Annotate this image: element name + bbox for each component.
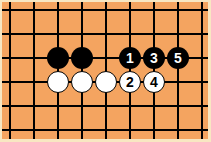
grid-line-vertical [177, 2, 178, 139]
white-stone [95, 71, 117, 93]
white-stone [47, 71, 69, 93]
black-stone [47, 47, 69, 69]
grid-line-horizontal [2, 129, 208, 130]
grid-line-horizontal [2, 33, 208, 34]
move-number: 4 [150, 75, 158, 89]
black-stone [71, 47, 93, 69]
black-stone-1: 1 [119, 47, 141, 69]
black-stone-5: 5 [167, 47, 189, 69]
white-stone-2: 2 [119, 71, 141, 93]
grid-line-horizontal [2, 9, 208, 10]
move-number: 5 [174, 51, 182, 65]
grid-line-vertical [33, 2, 34, 139]
move-number: 3 [150, 51, 158, 65]
grid-line-vertical [9, 2, 10, 139]
grid-line-horizontal [2, 105, 208, 106]
white-stone-4: 4 [143, 71, 165, 93]
move-number: 2 [126, 75, 134, 89]
move-number: 1 [126, 51, 134, 65]
white-stone [71, 71, 93, 93]
black-stone-3: 3 [143, 47, 165, 69]
go-board: 13524 [2, 2, 208, 139]
grid-line-vertical [201, 2, 202, 139]
go-diagram: 13524 [0, 0, 211, 142]
